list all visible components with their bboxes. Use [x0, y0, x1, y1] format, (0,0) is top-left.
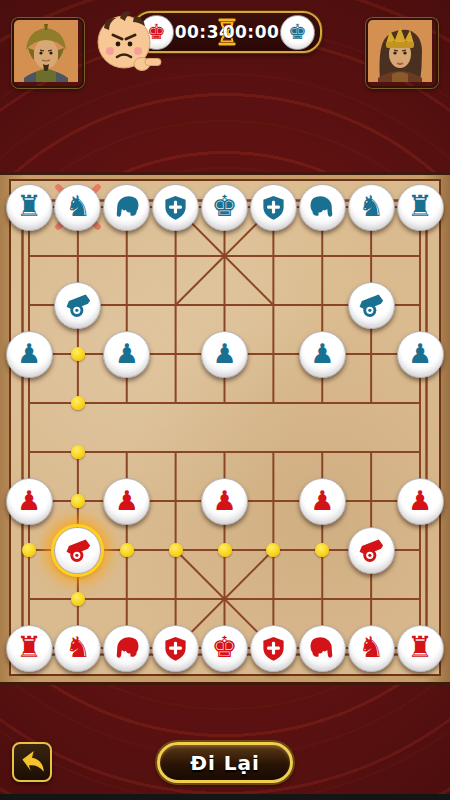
piece-blue-advisor-f10[interactable]: [250, 184, 297, 231]
knight-icon: ♞: [358, 633, 384, 662]
pawn-icon: ♟: [408, 487, 432, 514]
piece-red-rook-i1[interactable]: ♜: [397, 625, 444, 672]
piece-blue-cannon-h8[interactable]: [348, 282, 395, 329]
piece-red-pawn-g4[interactable]: ♟: [299, 478, 346, 525]
piece-red-rook-a1[interactable]: ♜: [6, 625, 53, 672]
cannon-icon: [357, 291, 385, 319]
knight-icon: ♞: [358, 192, 384, 221]
back-button[interactable]: [12, 742, 52, 782]
legal-move-dot-b4[interactable]: [71, 494, 85, 508]
queen-avatar-image: [368, 20, 432, 82]
xiangqi-board[interactable]: ♜♞♚♞♜♟♟♟♟♟♟♟♟♟♟♜♞♚♞♜: [0, 172, 450, 685]
warrior-avatar-image: [14, 20, 78, 82]
pawn-icon: ♟: [212, 340, 236, 367]
piece-blue-advisor-d10[interactable]: [152, 184, 199, 231]
cannon-icon: [357, 536, 385, 564]
piece-red-pawn-i4[interactable]: ♟: [397, 478, 444, 525]
elephant-icon: [308, 634, 336, 662]
king-icon: ♚: [212, 633, 238, 662]
blue-player-avatar[interactable]: [366, 18, 438, 88]
piece-red-cannon-b3[interactable]: [54, 527, 101, 574]
piece-blue-cannon-b8[interactable]: [54, 282, 101, 329]
legal-move-dot-e3[interactable]: [218, 543, 232, 557]
advisor-icon: [162, 194, 189, 221]
bottom-strip: [0, 794, 450, 800]
rook-icon: ♜: [407, 633, 433, 662]
piece-red-advisor-f1[interactable]: [250, 625, 297, 672]
piece-blue-king-e10[interactable]: ♚: [201, 184, 248, 231]
legal-move-dot-c3[interactable]: [120, 543, 134, 557]
advisor-icon: [162, 635, 189, 662]
back-arrow-icon: [18, 748, 46, 776]
pawn-icon: ♟: [17, 487, 41, 514]
undo-button[interactable]: Đi Lại: [157, 742, 293, 783]
king-icon: ♚: [212, 192, 238, 221]
cannon-icon: [64, 291, 92, 319]
knight-icon: ♞: [65, 633, 91, 662]
piece-blue-pawn-i7[interactable]: ♟: [397, 331, 444, 378]
elephant-icon: [113, 193, 141, 221]
red-player-avatar[interactable]: [12, 18, 84, 88]
piece-blue-pawn-g7[interactable]: ♟: [299, 331, 346, 378]
piece-blue-rook-a10[interactable]: ♜: [6, 184, 53, 231]
piece-red-pawn-e4[interactable]: ♟: [201, 478, 248, 525]
blue-timer: 00:00: [220, 22, 282, 42]
pawn-icon: ♟: [17, 340, 41, 367]
pawn-icon: ♟: [408, 340, 432, 367]
elephant-icon: [113, 634, 141, 662]
game-screen: ♚ 00:34 00:00 ♚: [0, 0, 450, 800]
rook-icon: ♜: [16, 633, 42, 662]
piece-red-knight-h1[interactable]: ♞: [348, 625, 395, 672]
blue-king-icon: ♚: [288, 22, 307, 43]
pawn-icon: ♟: [310, 340, 334, 367]
piece-blue-knight-b10[interactable]: ♞: [54, 184, 101, 231]
rook-icon: ♜: [407, 192, 433, 221]
piece-blue-pawn-e7[interactable]: ♟: [201, 331, 248, 378]
pawn-icon: ♟: [212, 487, 236, 514]
elephant-icon: [308, 193, 336, 221]
piece-red-king-e1[interactable]: ♚: [201, 625, 248, 672]
legal-move-dot-b5[interactable]: [71, 445, 85, 459]
advisor-icon: [260, 194, 287, 221]
advisor-icon: [260, 635, 287, 662]
pawn-icon: ♟: [115, 340, 139, 367]
blue-king-badge: ♚: [280, 15, 315, 50]
cannon-icon: [64, 536, 92, 564]
undo-button-label: Đi Lại: [190, 751, 260, 775]
piece-blue-elephant-g10[interactable]: [299, 184, 346, 231]
pawn-icon: ♟: [310, 487, 334, 514]
legal-move-dot-b6[interactable]: [71, 396, 85, 410]
legal-move-dot-a3[interactable]: [22, 543, 36, 557]
piece-blue-pawn-c7[interactable]: ♟: [103, 331, 150, 378]
knight-icon: ♞: [65, 192, 91, 221]
piece-red-advisor-d1[interactable]: [152, 625, 199, 672]
piece-red-elephant-c1[interactable]: [103, 625, 150, 672]
legal-move-dot-b2[interactable]: [71, 592, 85, 606]
board-grid: [0, 175, 450, 688]
angry-emote-icon: [90, 6, 164, 80]
pawn-icon: ♟: [115, 487, 139, 514]
piece-blue-pawn-a7[interactable]: ♟: [6, 331, 53, 378]
legal-move-dot-d3[interactable]: [169, 543, 183, 557]
piece-red-elephant-g1[interactable]: [299, 625, 346, 672]
piece-red-pawn-a4[interactable]: ♟: [6, 478, 53, 525]
piece-red-cannon-h3[interactable]: [348, 527, 395, 574]
piece-blue-rook-i10[interactable]: ♜: [397, 184, 444, 231]
piece-blue-knight-h10[interactable]: ♞: [348, 184, 395, 231]
rook-icon: ♜: [16, 192, 42, 221]
piece-red-knight-b1[interactable]: ♞: [54, 625, 101, 672]
piece-red-pawn-c4[interactable]: ♟: [103, 478, 150, 525]
piece-blue-elephant-c10[interactable]: [103, 184, 150, 231]
timer-bar: ♚ 00:34 00:00 ♚: [132, 11, 322, 53]
legal-move-dot-b7[interactable]: [71, 347, 85, 361]
